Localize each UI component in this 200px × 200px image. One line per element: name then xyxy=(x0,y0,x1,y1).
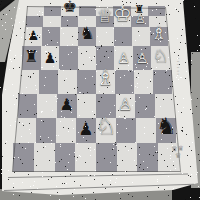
chessboard-photo: ♛♛ ♛ ıııııı ♚♜♕♔♙♟♞♗♜♟♙♙♘♗♟♙♟♘♞ xyxy=(0,0,200,200)
piece-white-bishop-h6: ♗ xyxy=(151,24,167,42)
pieces-layer: ♚♜♕♔♙♟♞♗♜♟♙♙♘♗♟♙♟♘♞ xyxy=(0,0,200,200)
piece-white-knight-h5: ♘ xyxy=(152,47,168,65)
piece-white-bishop-e4: ♗ xyxy=(96,68,115,89)
piece-black-pawn-a6: ♟ xyxy=(27,29,39,42)
piece-black-king-c8: ♚ xyxy=(63,0,77,15)
piece-white-king-f7: ♔ xyxy=(113,4,132,25)
piece-white-pawn-g5: ♙ xyxy=(136,51,149,65)
piece-white-knight-e2: ♘ xyxy=(96,115,117,138)
piece-white-pawn-f5: ♙ xyxy=(117,51,130,65)
piece-black-rook-g8: ♜ xyxy=(134,4,144,15)
piece-black-knight-h2: ♞ xyxy=(156,115,177,138)
piece-black-pawn-b5: ♟ xyxy=(44,51,57,65)
piece-black-knight-d6: ♞ xyxy=(79,25,94,42)
piece-white-pawn-g7: ♙ xyxy=(135,13,146,25)
piece-white-queen-e7: ♕ xyxy=(97,7,113,25)
piece-black-pawn-c3: ♟ xyxy=(60,97,74,113)
piece-black-rook-a5: ♜ xyxy=(24,49,38,65)
piece-white-pawn-f3: ♙ xyxy=(118,97,132,113)
piece-black-pawn-d2: ♟ xyxy=(78,121,93,138)
